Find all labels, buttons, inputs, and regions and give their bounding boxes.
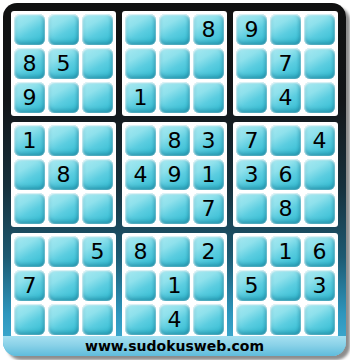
cell-r9c5[interactable]: 4 (159, 304, 190, 335)
cell-r8c1[interactable]: 7 (14, 270, 45, 301)
cell-r1c2[interactable] (48, 14, 79, 45)
sudoku-page: 8598197418834917743685782141653 www.sudo… (0, 0, 350, 360)
cell-r5c4[interactable]: 4 (125, 159, 156, 190)
cell-r9c3[interactable] (82, 304, 113, 335)
cell-r1c3[interactable] (82, 14, 113, 45)
sudoku-grid: 8598197418834917743685782141653 (11, 11, 338, 338)
box-1-3: 974 (233, 11, 338, 116)
cell-r1c8[interactable] (270, 14, 301, 45)
cell-r7c2[interactable] (48, 236, 79, 267)
cell-r8c5[interactable]: 1 (159, 270, 190, 301)
cell-r1c6[interactable]: 8 (193, 14, 224, 45)
cell-r6c1[interactable] (14, 193, 45, 224)
cell-r4c2[interactable] (48, 125, 79, 156)
cell-r9c6[interactable] (193, 304, 224, 335)
cell-r2c7[interactable] (236, 48, 267, 79)
cell-r6c9[interactable] (304, 193, 335, 224)
cell-r5c5[interactable]: 9 (159, 159, 190, 190)
cell-r8c6[interactable] (193, 270, 224, 301)
box-3-2: 8214 (122, 233, 227, 338)
cell-r5c3[interactable] (82, 159, 113, 190)
cell-r2c3[interactable] (82, 48, 113, 79)
cell-r6c8[interactable]: 8 (270, 193, 301, 224)
cell-r7c7[interactable] (236, 236, 267, 267)
box-3-1: 57 (11, 233, 116, 338)
box-1-2: 81 (122, 11, 227, 116)
cell-r3c2[interactable] (48, 82, 79, 113)
cell-r4c6[interactable]: 3 (193, 125, 224, 156)
cell-r1c4[interactable] (125, 14, 156, 45)
cell-r1c7[interactable]: 9 (236, 14, 267, 45)
cell-r1c1[interactable] (14, 14, 45, 45)
box-2-1: 18 (11, 122, 116, 227)
cell-r4c7[interactable]: 7 (236, 125, 267, 156)
cell-r2c6[interactable] (193, 48, 224, 79)
cell-r6c4[interactable] (125, 193, 156, 224)
cell-r8c8[interactable] (270, 270, 301, 301)
cell-r7c1[interactable] (14, 236, 45, 267)
cell-r6c6[interactable]: 7 (193, 193, 224, 224)
cell-r9c9[interactable] (304, 304, 335, 335)
cell-r6c7[interactable] (236, 193, 267, 224)
cell-r9c8[interactable] (270, 304, 301, 335)
cell-r2c5[interactable] (159, 48, 190, 79)
cell-r5c1[interactable] (14, 159, 45, 190)
cell-r5c7[interactable]: 3 (236, 159, 267, 190)
cell-r3c6[interactable] (193, 82, 224, 113)
cell-r9c4[interactable] (125, 304, 156, 335)
box-3-3: 1653 (233, 233, 338, 338)
cell-r8c3[interactable] (82, 270, 113, 301)
cell-r4c5[interactable]: 8 (159, 125, 190, 156)
cell-r4c3[interactable] (82, 125, 113, 156)
cell-r8c2[interactable] (48, 270, 79, 301)
cell-r1c5[interactable] (159, 14, 190, 45)
cell-r7c4[interactable]: 8 (125, 236, 156, 267)
cell-r3c1[interactable]: 9 (14, 82, 45, 113)
cell-r4c4[interactable] (125, 125, 156, 156)
cell-r6c3[interactable] (82, 193, 113, 224)
cell-r3c9[interactable] (304, 82, 335, 113)
cell-r5c2[interactable]: 8 (48, 159, 79, 190)
cell-r1c9[interactable] (304, 14, 335, 45)
cell-r7c6[interactable]: 2 (193, 236, 224, 267)
cell-r4c9[interactable]: 4 (304, 125, 335, 156)
sudoku-board: 8598197418834917743685782141653 www.sudo… (3, 3, 346, 356)
cell-r7c9[interactable]: 6 (304, 236, 335, 267)
cell-r8c4[interactable] (125, 270, 156, 301)
cell-r9c2[interactable] (48, 304, 79, 335)
cell-r2c8[interactable]: 7 (270, 48, 301, 79)
cell-r2c9[interactable] (304, 48, 335, 79)
cell-r7c5[interactable] (159, 236, 190, 267)
cell-r7c3[interactable]: 5 (82, 236, 113, 267)
cell-r2c1[interactable]: 8 (14, 48, 45, 79)
cell-r7c8[interactable]: 1 (270, 236, 301, 267)
cell-r2c2[interactable]: 5 (48, 48, 79, 79)
footer-band: www.sudokusweb.com (3, 336, 346, 356)
cell-r3c8[interactable]: 4 (270, 82, 301, 113)
cell-r4c8[interactable] (270, 125, 301, 156)
box-2-2: 834917 (122, 122, 227, 227)
cell-r9c1[interactable] (14, 304, 45, 335)
cell-r8c9[interactable]: 3 (304, 270, 335, 301)
site-url[interactable]: www.sudokusweb.com (85, 338, 264, 354)
cell-r3c4[interactable]: 1 (125, 82, 156, 113)
cell-r3c7[interactable] (236, 82, 267, 113)
cell-r2c4[interactable] (125, 48, 156, 79)
box-2-3: 74368 (233, 122, 338, 227)
cell-r5c9[interactable] (304, 159, 335, 190)
cell-r5c6[interactable]: 1 (193, 159, 224, 190)
cell-r9c7[interactable] (236, 304, 267, 335)
cell-r6c2[interactable] (48, 193, 79, 224)
cell-r3c5[interactable] (159, 82, 190, 113)
cell-r6c5[interactable] (159, 193, 190, 224)
box-1-1: 859 (11, 11, 116, 116)
cell-r4c1[interactable]: 1 (14, 125, 45, 156)
cell-r3c3[interactable] (82, 82, 113, 113)
cell-r5c8[interactable]: 6 (270, 159, 301, 190)
cell-r8c7[interactable]: 5 (236, 270, 267, 301)
